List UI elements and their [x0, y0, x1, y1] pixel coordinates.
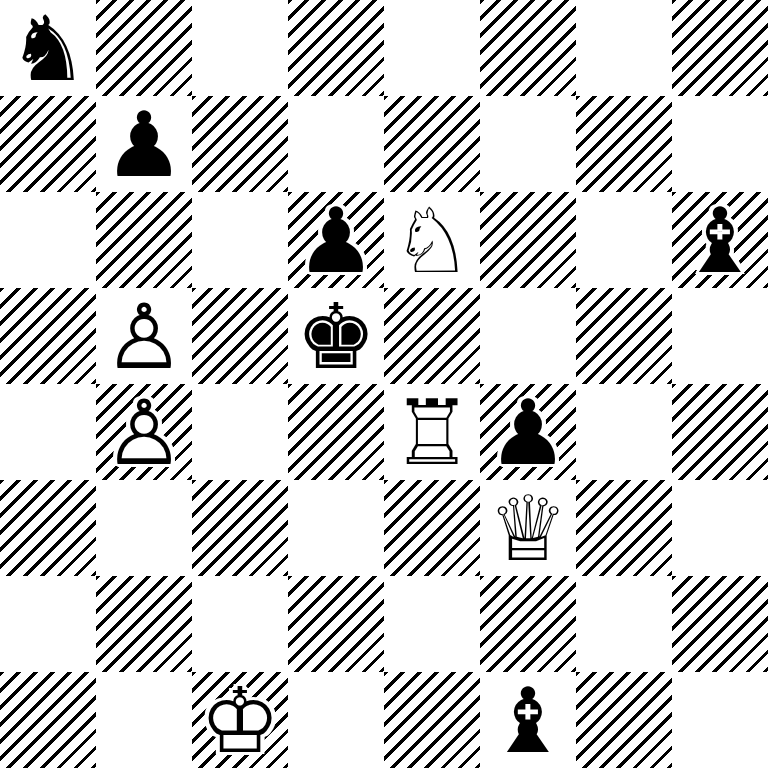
- square-c5[interactable]: [192, 288, 288, 384]
- square-h2[interactable]: [672, 576, 768, 672]
- square-b8[interactable]: [96, 0, 192, 96]
- square-d2[interactable]: [288, 576, 384, 672]
- square-c4[interactable]: [192, 384, 288, 480]
- square-h6[interactable]: ♝♝: [672, 192, 768, 288]
- square-f7[interactable]: [480, 96, 576, 192]
- square-e3[interactable]: [384, 480, 480, 576]
- square-f8[interactable]: [480, 0, 576, 96]
- square-e4[interactable]: ♜♖: [384, 384, 480, 480]
- square-a8[interactable]: ♞♞: [0, 0, 96, 96]
- square-a2[interactable]: [0, 576, 96, 672]
- square-e8[interactable]: [384, 0, 480, 96]
- square-d1[interactable]: [288, 672, 384, 768]
- square-g6[interactable]: [576, 192, 672, 288]
- square-c8[interactable]: [192, 0, 288, 96]
- square-g7[interactable]: [576, 96, 672, 192]
- white-king: ♚♔: [192, 672, 288, 768]
- black-pawn: ♟♟: [480, 384, 576, 480]
- square-f1[interactable]: ♝♝: [480, 672, 576, 768]
- square-h7[interactable]: [672, 96, 768, 192]
- black-king: ♚♚: [288, 288, 384, 384]
- black-pawn-glyph: ♟: [96, 96, 192, 192]
- white-knight-glyph: ♘: [384, 192, 480, 288]
- square-b2[interactable]: [96, 576, 192, 672]
- chess-board: ♞♞♟♟♟♟♞♘♝♝♟♙♚♚♟♙♜♖♟♟♛♕♚♔♝♝: [0, 0, 768, 768]
- square-f5[interactable]: [480, 288, 576, 384]
- square-g5[interactable]: [576, 288, 672, 384]
- black-bishop-glyph: ♝: [672, 192, 768, 288]
- square-h3[interactable]: [672, 480, 768, 576]
- square-h5[interactable]: [672, 288, 768, 384]
- black-king-glyph: ♚: [288, 288, 384, 384]
- white-king-glyph: ♔: [192, 672, 288, 768]
- square-f3[interactable]: ♛♕: [480, 480, 576, 576]
- white-rook-glyph: ♖: [384, 384, 480, 480]
- square-b4[interactable]: ♟♙: [96, 384, 192, 480]
- white-pawn-glyph: ♙: [96, 384, 192, 480]
- square-a3[interactable]: [0, 480, 96, 576]
- square-a7[interactable]: [0, 96, 96, 192]
- square-f4[interactable]: ♟♟: [480, 384, 576, 480]
- black-knight-glyph: ♞: [0, 0, 96, 96]
- square-e5[interactable]: [384, 288, 480, 384]
- white-queen-glyph: ♕: [480, 480, 576, 576]
- square-f2[interactable]: [480, 576, 576, 672]
- black-knight: ♞♞: [0, 0, 96, 96]
- black-pawn: ♟♟: [288, 192, 384, 288]
- square-c6[interactable]: [192, 192, 288, 288]
- black-bishop: ♝♝: [480, 672, 576, 768]
- square-f6[interactable]: [480, 192, 576, 288]
- square-b5[interactable]: ♟♙: [96, 288, 192, 384]
- square-d4[interactable]: [288, 384, 384, 480]
- white-rook: ♜♖: [384, 384, 480, 480]
- square-g1[interactable]: [576, 672, 672, 768]
- square-b7[interactable]: ♟♟: [96, 96, 192, 192]
- square-e6[interactable]: ♞♘: [384, 192, 480, 288]
- square-g8[interactable]: [576, 0, 672, 96]
- square-a1[interactable]: [0, 672, 96, 768]
- white-pawn: ♟♙: [96, 288, 192, 384]
- black-pawn: ♟♟: [96, 96, 192, 192]
- square-d5[interactable]: ♚♚: [288, 288, 384, 384]
- square-a6[interactable]: [0, 192, 96, 288]
- square-d3[interactable]: [288, 480, 384, 576]
- square-c3[interactable]: [192, 480, 288, 576]
- square-g4[interactable]: [576, 384, 672, 480]
- square-b1[interactable]: [96, 672, 192, 768]
- square-g2[interactable]: [576, 576, 672, 672]
- square-b6[interactable]: [96, 192, 192, 288]
- square-d7[interactable]: [288, 96, 384, 192]
- square-c7[interactable]: [192, 96, 288, 192]
- square-e2[interactable]: [384, 576, 480, 672]
- square-a4[interactable]: [0, 384, 96, 480]
- black-pawn-glyph: ♟: [480, 384, 576, 480]
- square-d6[interactable]: ♟♟: [288, 192, 384, 288]
- white-queen: ♛♕: [480, 480, 576, 576]
- black-bishop: ♝♝: [672, 192, 768, 288]
- square-e1[interactable]: [384, 672, 480, 768]
- square-h1[interactable]: [672, 672, 768, 768]
- square-g3[interactable]: [576, 480, 672, 576]
- square-h8[interactable]: [672, 0, 768, 96]
- white-knight: ♞♘: [384, 192, 480, 288]
- white-pawn: ♟♙: [96, 384, 192, 480]
- square-h4[interactable]: [672, 384, 768, 480]
- square-e7[interactable]: [384, 96, 480, 192]
- white-pawn-glyph: ♙: [96, 288, 192, 384]
- square-b3[interactable]: [96, 480, 192, 576]
- square-a5[interactable]: [0, 288, 96, 384]
- black-bishop-glyph: ♝: [480, 672, 576, 768]
- black-pawn-glyph: ♟: [288, 192, 384, 288]
- square-c1[interactable]: ♚♔: [192, 672, 288, 768]
- square-d8[interactable]: [288, 0, 384, 96]
- square-c2[interactable]: [192, 576, 288, 672]
